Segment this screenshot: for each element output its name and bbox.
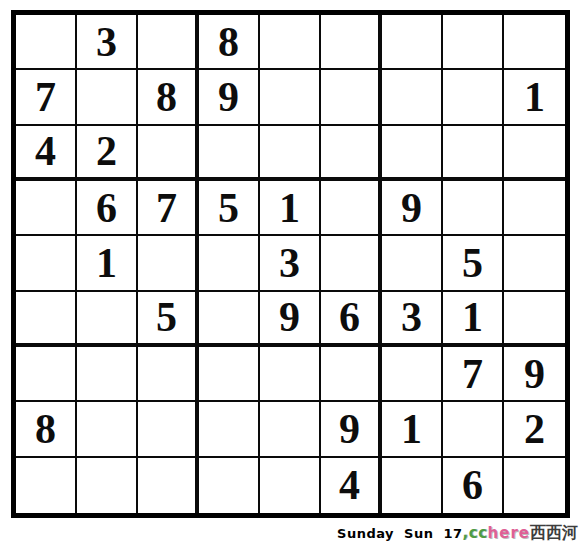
cell-r2c1-given-7[interactable]: 7 — [16, 70, 77, 125]
cell-r7c9-given-9[interactable]: 9 — [504, 347, 565, 402]
cell-r2c3-given-8[interactable]: 8 — [138, 70, 199, 125]
cell-r9c2[interactable] — [77, 458, 138, 513]
sudoku-page: 38789142675191355963179891246 Sunday Sun… — [0, 0, 581, 545]
cell-r2c7[interactable] — [382, 70, 443, 125]
cell-r1c2-given-3[interactable]: 3 — [77, 15, 138, 70]
watermark-here: here — [488, 524, 530, 542]
caption-date: Sunday Sun 17 — [337, 526, 463, 541]
cell-r1c4-given-8[interactable]: 8 — [199, 15, 260, 70]
cell-r3c4[interactable] — [199, 126, 260, 181]
cell-r7c8-given-7[interactable]: 7 — [443, 347, 504, 402]
cell-r4c1[interactable] — [16, 181, 77, 236]
cell-r3c2-given-2[interactable]: 2 — [77, 126, 138, 181]
cell-r6c8-given-1[interactable]: 1 — [443, 292, 504, 347]
cell-r2c6[interactable] — [321, 70, 382, 125]
cell-r9c7[interactable] — [382, 458, 443, 513]
cell-r8c7-given-1[interactable]: 1 — [382, 402, 443, 457]
cell-r6c9[interactable] — [504, 292, 565, 347]
cell-r4c4-given-5[interactable]: 5 — [199, 181, 260, 236]
cell-r4c2-given-6[interactable]: 6 — [77, 181, 138, 236]
cell-r8c8[interactable] — [443, 402, 504, 457]
cell-r6c7-given-3[interactable]: 3 — [382, 292, 443, 347]
cell-r1c5[interactable] — [260, 15, 321, 70]
cell-r3c1-given-4[interactable]: 4 — [16, 126, 77, 181]
cell-r1c7[interactable] — [382, 15, 443, 70]
cell-r3c8[interactable] — [443, 126, 504, 181]
cell-r4c9[interactable] — [504, 181, 565, 236]
cell-r5c3[interactable] — [138, 236, 199, 291]
cell-r9c6-given-4[interactable]: 4 — [321, 458, 382, 513]
cell-r5c5-given-3[interactable]: 3 — [260, 236, 321, 291]
cell-r9c9[interactable] — [504, 458, 565, 513]
cell-r7c5[interactable] — [260, 347, 321, 402]
cell-r2c4-given-9[interactable]: 9 — [199, 70, 260, 125]
cell-r7c3[interactable] — [138, 347, 199, 402]
cell-r3c7[interactable] — [382, 126, 443, 181]
cell-r5c4[interactable] — [199, 236, 260, 291]
cell-r2c2[interactable] — [77, 70, 138, 125]
cell-r4c5-given-1[interactable]: 1 — [260, 181, 321, 236]
cell-r5c6[interactable] — [321, 236, 382, 291]
cell-r1c1[interactable] — [16, 15, 77, 70]
cell-r9c8-given-6[interactable]: 6 — [443, 458, 504, 513]
cell-r6c6-given-6[interactable]: 6 — [321, 292, 382, 347]
cell-r1c8[interactable] — [443, 15, 504, 70]
caption: Sunday Sun 17,cchere西西河 — [337, 522, 578, 544]
cell-r1c6[interactable] — [321, 15, 382, 70]
cell-r4c8[interactable] — [443, 181, 504, 236]
cell-r4c7-given-9[interactable]: 9 — [382, 181, 443, 236]
cell-r9c3[interactable] — [138, 458, 199, 513]
cell-r7c6[interactable] — [321, 347, 382, 402]
cell-r2c9-given-1[interactable]: 1 — [504, 70, 565, 125]
cell-r7c4[interactable] — [199, 347, 260, 402]
cell-r8c3[interactable] — [138, 402, 199, 457]
cell-r8c4[interactable] — [199, 402, 260, 457]
cell-r3c3[interactable] — [138, 126, 199, 181]
cell-r1c3[interactable] — [138, 15, 199, 70]
cell-r6c3-given-5[interactable]: 5 — [138, 292, 199, 347]
cell-r8c9-given-2[interactable]: 2 — [504, 402, 565, 457]
cell-r5c8-given-5[interactable]: 5 — [443, 236, 504, 291]
cell-r6c2[interactable] — [77, 292, 138, 347]
cell-r8c1-given-8[interactable]: 8 — [16, 402, 77, 457]
cell-r6c1[interactable] — [16, 292, 77, 347]
cell-r4c3-given-7[interactable]: 7 — [138, 181, 199, 236]
cell-r8c5[interactable] — [260, 402, 321, 457]
cell-r9c1[interactable] — [16, 458, 77, 513]
sudoku-board: 38789142675191355963179891246 — [11, 10, 570, 518]
cell-r7c7[interactable] — [382, 347, 443, 402]
cell-r7c1[interactable] — [16, 347, 77, 402]
watermark-cc: ,cc — [463, 524, 488, 542]
cell-r6c5-given-9[interactable]: 9 — [260, 292, 321, 347]
cell-r9c5[interactable] — [260, 458, 321, 513]
cell-r1c9[interactable] — [504, 15, 565, 70]
cell-r5c2-given-1[interactable]: 1 — [77, 236, 138, 291]
cell-r5c1[interactable] — [16, 236, 77, 291]
cell-r8c6-given-9[interactable]: 9 — [321, 402, 382, 457]
cell-r3c6[interactable] — [321, 126, 382, 181]
cell-r3c5[interactable] — [260, 126, 321, 181]
cell-r2c8[interactable] — [443, 70, 504, 125]
cell-r2c5[interactable] — [260, 70, 321, 125]
cell-r3c9[interactable] — [504, 126, 565, 181]
cell-r7c2[interactable] — [77, 347, 138, 402]
cell-r5c9[interactable] — [504, 236, 565, 291]
cell-r4c6[interactable] — [321, 181, 382, 236]
cell-r8c2[interactable] — [77, 402, 138, 457]
cell-r9c4[interactable] — [199, 458, 260, 513]
watermark-cjk: 西西河 — [530, 523, 578, 544]
cell-r6c4[interactable] — [199, 292, 260, 347]
cell-r5c7[interactable] — [382, 236, 443, 291]
